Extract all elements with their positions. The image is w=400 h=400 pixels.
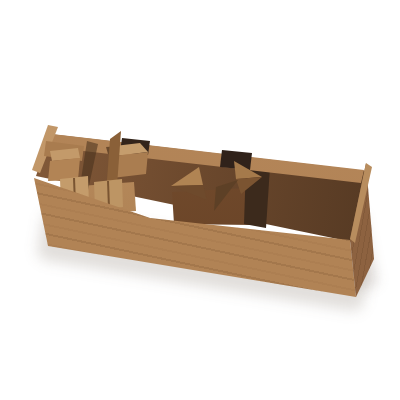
box-front-grain	[0, 0, 400, 400]
product-photo	[0, 0, 400, 400]
box-front	[0, 0, 400, 400]
